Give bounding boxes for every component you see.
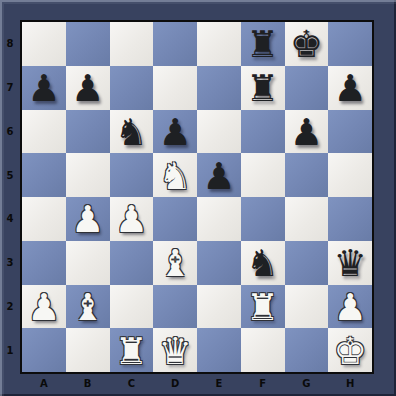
square-d3[interactable]: ♝ [153, 241, 197, 285]
square-b8[interactable] [66, 22, 110, 66]
black-pawn[interactable]: ♟ [159, 114, 192, 151]
black-pawn[interactable]: ♟ [27, 70, 60, 107]
square-c6[interactable]: ♞ [110, 110, 154, 154]
square-c4[interactable]: ♟ [110, 197, 154, 241]
square-d7[interactable] [153, 66, 197, 110]
white-bishop[interactable]: ♝ [159, 245, 192, 282]
white-queen[interactable]: ♛ [159, 333, 192, 370]
square-e7[interactable] [197, 66, 241, 110]
file-label-g: G [285, 373, 329, 394]
square-h7[interactable]: ♟ [328, 66, 372, 110]
square-f1[interactable] [241, 328, 285, 372]
square-b2[interactable]: ♝ [66, 285, 110, 329]
file-label-h: H [328, 373, 372, 394]
square-f3[interactable]: ♞ [241, 241, 285, 285]
square-h4[interactable] [328, 197, 372, 241]
file-label-d: D [153, 373, 197, 394]
square-d1[interactable]: ♛ [153, 328, 197, 372]
white-pawn[interactable]: ♟ [71, 201, 104, 238]
rank-label-2: 2 [0, 285, 20, 329]
square-a3[interactable] [22, 241, 66, 285]
square-b1[interactable] [66, 328, 110, 372]
file-label-c: C [110, 373, 154, 394]
square-h3[interactable]: ♛ [328, 241, 372, 285]
rank-label-8: 8 [0, 22, 20, 66]
square-e8[interactable] [197, 22, 241, 66]
square-f7[interactable]: ♜ [241, 66, 285, 110]
white-rook[interactable]: ♜ [246, 289, 279, 326]
square-b5[interactable] [66, 153, 110, 197]
square-g4[interactable] [285, 197, 329, 241]
black-knight[interactable]: ♞ [246, 245, 279, 282]
square-h6[interactable] [328, 110, 372, 154]
file-label-b: B [66, 373, 110, 394]
square-e1[interactable] [197, 328, 241, 372]
square-d5[interactable]: ♞ [153, 153, 197, 197]
square-g3[interactable] [285, 241, 329, 285]
chess-board: ♜♚♟♟♜♟♞♟♟♞♟♟♟♝♞♛♟♝♜♟♜♛♚ [20, 20, 374, 374]
square-c1[interactable]: ♜ [110, 328, 154, 372]
square-e6[interactable] [197, 110, 241, 154]
file-label-a: A [22, 373, 66, 394]
square-a5[interactable] [22, 153, 66, 197]
white-rook[interactable]: ♜ [115, 333, 148, 370]
square-g8[interactable]: ♚ [285, 22, 329, 66]
square-e4[interactable] [197, 197, 241, 241]
square-f5[interactable] [241, 153, 285, 197]
white-pawn[interactable]: ♟ [115, 201, 148, 238]
square-h2[interactable]: ♟ [328, 285, 372, 329]
square-c8[interactable] [110, 22, 154, 66]
file-label-e: E [197, 373, 241, 394]
square-g1[interactable] [285, 328, 329, 372]
square-b6[interactable] [66, 110, 110, 154]
black-pawn[interactable]: ♟ [290, 114, 323, 151]
square-b3[interactable] [66, 241, 110, 285]
square-e3[interactable] [197, 241, 241, 285]
square-c2[interactable] [110, 285, 154, 329]
square-h1[interactable]: ♚ [328, 328, 372, 372]
file-label-f: F [241, 373, 285, 394]
rank-label-6: 6 [0, 110, 20, 154]
square-f2[interactable]: ♜ [241, 285, 285, 329]
white-pawn[interactable]: ♟ [334, 289, 367, 326]
rank-label-7: 7 [0, 66, 20, 110]
square-b7[interactable]: ♟ [66, 66, 110, 110]
black-king[interactable]: ♚ [290, 26, 323, 63]
white-king[interactable]: ♚ [334, 333, 367, 370]
black-pawn[interactable]: ♟ [202, 158, 235, 195]
square-c7[interactable] [110, 66, 154, 110]
rank-label-4: 4 [0, 197, 20, 241]
square-d8[interactable] [153, 22, 197, 66]
black-pawn[interactable]: ♟ [334, 70, 367, 107]
black-rook[interactable]: ♜ [246, 26, 279, 63]
white-knight[interactable]: ♞ [159, 158, 192, 195]
rank-label-1: 1 [0, 328, 20, 372]
square-f6[interactable] [241, 110, 285, 154]
square-a1[interactable] [22, 328, 66, 372]
square-a2[interactable]: ♟ [22, 285, 66, 329]
square-a7[interactable]: ♟ [22, 66, 66, 110]
black-queen[interactable]: ♛ [334, 245, 367, 282]
square-a6[interactable] [22, 110, 66, 154]
white-pawn[interactable]: ♟ [27, 289, 60, 326]
square-h5[interactable] [328, 153, 372, 197]
black-rook[interactable]: ♜ [246, 70, 279, 107]
square-h8[interactable] [328, 22, 372, 66]
square-c5[interactable] [110, 153, 154, 197]
square-d2[interactable] [153, 285, 197, 329]
rank-label-5: 5 [0, 153, 20, 197]
square-e2[interactable] [197, 285, 241, 329]
square-g7[interactable] [285, 66, 329, 110]
black-pawn[interactable]: ♟ [71, 70, 104, 107]
square-d6[interactable]: ♟ [153, 110, 197, 154]
black-knight[interactable]: ♞ [115, 114, 148, 151]
square-g2[interactable] [285, 285, 329, 329]
square-g6[interactable]: ♟ [285, 110, 329, 154]
board-frame: ♜♚♟♟♜♟♞♟♟♞♟♟♟♝♞♛♟♝♜♟♜♛♚ 87654321 ABCDEFG… [0, 0, 396, 396]
square-g5[interactable] [285, 153, 329, 197]
square-e5[interactable]: ♟ [197, 153, 241, 197]
white-bishop[interactable]: ♝ [71, 289, 104, 326]
square-a4[interactable] [22, 197, 66, 241]
square-a8[interactable] [22, 22, 66, 66]
square-f8[interactable]: ♜ [241, 22, 285, 66]
square-f4[interactable] [241, 197, 285, 241]
rank-label-3: 3 [0, 241, 20, 285]
square-b4[interactable]: ♟ [66, 197, 110, 241]
square-c3[interactable] [110, 241, 154, 285]
square-d4[interactable] [153, 197, 197, 241]
